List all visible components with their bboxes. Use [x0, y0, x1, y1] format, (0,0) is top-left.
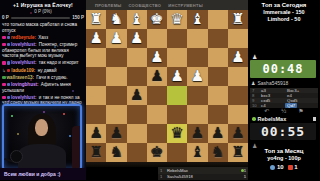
game-info-badges: 101	[248, 164, 320, 170]
white-pawn-piece: ♟	[150, 50, 163, 65]
white-pawn-piece: ♟	[170, 69, 183, 84]
square-g8[interactable]: ♞	[106, 143, 126, 162]
black-pawn-piece: ♟	[110, 126, 123, 141]
square-e4[interactable]: ♟	[147, 67, 167, 86]
square-e2[interactable]	[147, 29, 167, 48]
square-c3[interactable]	[187, 48, 207, 67]
microphone-icon	[10, 150, 23, 163]
match-score-panel: 1RebelsMax11Sasha5459181	[158, 167, 248, 180]
webcam	[2, 104, 82, 170]
webcam-caption-text: Всем любви и добра :)	[4, 171, 61, 177]
chat-text: Гачи в студию.	[35, 75, 67, 80]
square-c4[interactable]: ♟	[187, 67, 207, 86]
chess-board[interactable]: ♜♞♝♚♛♝♜♟♟♟♟♟♟♟♟♟♟♟♛♟♟♟♜♞♚♝♞♜	[86, 10, 248, 162]
takeback-button[interactable]: ↶	[264, 108, 269, 114]
square-h8[interactable]: ♜	[86, 143, 106, 162]
white-bishop-piece: ♝	[130, 12, 143, 27]
square-h2[interactable]: ♟	[86, 29, 106, 48]
nav-tab[interactable]: ПРОБЛЕМЫ	[95, 3, 122, 8]
chat-badge-icon	[2, 61, 6, 65]
square-a2[interactable]	[228, 29, 248, 48]
square-b3[interactable]	[208, 48, 228, 67]
chat-badge-icon	[7, 61, 11, 65]
game-controls: ↶ ½ ⚑	[250, 108, 318, 114]
square-g4[interactable]	[106, 67, 126, 86]
chat-badge-icon	[7, 69, 11, 73]
square-d8[interactable]	[167, 143, 187, 162]
black-bishop-piece: ♝	[191, 145, 204, 160]
white-pawn-piece: ♟	[110, 31, 123, 46]
info-badge: 1	[288, 164, 298, 170]
donation-goal-amount: 150 Р	[72, 15, 84, 20]
chat-message: lovelyhlust: Понятно, стример обанкротил…	[2, 42, 84, 59]
score-row: 1Sasha5459181	[158, 174, 248, 181]
top-donators-month: Топ за Месяц yo4ng - 100р	[248, 148, 320, 162]
white-pawn-piece: ♟	[89, 31, 102, 46]
square-c1[interactable]: ♝	[187, 10, 207, 29]
chat-nickname[interactable]: ladude109:	[11, 68, 35, 73]
square-b2[interactable]	[208, 29, 228, 48]
square-g2[interactable]: ♟	[106, 29, 126, 48]
top-month-entries: yo4ng - 100р	[248, 155, 320, 162]
streamer-body	[18, 144, 66, 170]
square-a7[interactable]: ♟	[228, 124, 248, 143]
left-column: +1 Игрушка на Ёлочку! 0 Р (0%) 0 Р 150 Р…	[0, 0, 86, 180]
square-f6[interactable]	[127, 105, 147, 124]
score-row: 1RebelsMax1	[158, 167, 248, 174]
chat-message: что только маска сработал и снова отпуск	[2, 22, 84, 33]
chat-nickname[interactable]: redbeyrule:	[11, 35, 36, 40]
chat-text: так надо и игнорит	[38, 60, 79, 65]
donation-title: +1 Игрушка на Ёлочку!	[0, 2, 86, 8]
white-bishop-piece: ♝	[191, 12, 204, 27]
black-rook-piece: ♜	[231, 145, 244, 160]
black-clock: 00:55	[250, 123, 316, 140]
square-e7[interactable]	[147, 124, 167, 143]
right-panel: Топ за Сегодня Immersale - 150Limhord - …	[248, 0, 320, 180]
square-d3[interactable]	[167, 48, 187, 67]
flag-icon	[313, 117, 317, 121]
score-player-name[interactable]: RebelsMax	[167, 168, 239, 173]
square-a1[interactable]: ♜	[228, 10, 248, 29]
square-b5[interactable]	[208, 86, 228, 105]
stream-screen: +1 Игрушка на Ёлочку! 0 Р (0%) 0 Р 150 Р…	[0, 0, 320, 180]
webcam-caption-bar: Всем любви и добра :)	[0, 168, 86, 180]
reply-arrow-icon: ↳	[2, 68, 6, 73]
square-e3[interactable]: ♟	[147, 48, 167, 67]
black-pawn-piece: ♟	[150, 69, 163, 84]
square-g7[interactable]: ♟	[106, 124, 126, 143]
square-e8[interactable]: ♚	[147, 143, 167, 162]
square-h1[interactable]: ♜	[86, 10, 106, 29]
black-pawn-piece: ♟	[191, 126, 204, 141]
square-c6[interactable]	[187, 105, 207, 124]
square-a3[interactable]: ♟	[228, 48, 248, 67]
square-c8[interactable]: ♝	[187, 143, 207, 162]
black-pawn-piece: ♟	[211, 126, 224, 141]
square-d4[interactable]: ♟	[167, 67, 187, 86]
black-knight-piece: ♞	[110, 145, 123, 160]
chat-badge-icon	[2, 36, 6, 40]
chat-message: ↳ladude109: ну давай	[2, 68, 84, 74]
chair	[72, 126, 82, 170]
chat-badge-icon	[2, 76, 6, 80]
chat-list[interactable]: что только маска сработал и снова отпуск…	[0, 22, 86, 104]
chat-message: lovingbhust: Афигеть меня услышали	[2, 82, 84, 93]
square-f2[interactable]: ♟	[127, 29, 147, 48]
white-rook-piece: ♜	[89, 12, 102, 27]
chat-badge-icon	[7, 96, 11, 100]
score-right-value: 1	[244, 174, 246, 179]
square-c7[interactable]: ♟	[187, 124, 207, 143]
white-king-piece: ♚	[150, 12, 163, 27]
donation-goal: +1 Игрушка на Ёлочку! 0 Р (0%) 0 Р 150 Р	[0, 0, 86, 20]
chat-nickname[interactable]: lovelyhlust:	[11, 42, 37, 47]
square-a4[interactable]	[228, 67, 248, 86]
white-pawn-icon: ♟	[252, 53, 257, 60]
square-e1[interactable]: ♚	[147, 10, 167, 29]
square-b7[interactable]: ♟	[208, 124, 228, 143]
info-badge-value: 10	[277, 164, 284, 170]
square-a6[interactable]	[228, 105, 248, 124]
square-f4[interactable]	[127, 67, 147, 86]
black-pawn-piece: ♟	[130, 88, 143, 103]
square-a5[interactable]	[228, 86, 248, 105]
score-left-value: 1	[160, 174, 167, 179]
black-pawn-piece: ♟	[231, 126, 244, 141]
black-player-row[interactable]: RebelsMax	[252, 116, 316, 122]
square-b6[interactable]	[208, 105, 228, 124]
black-player-name[interactable]: RebelsMax	[258, 116, 287, 122]
score-left-value: 1	[160, 168, 167, 173]
square-d6[interactable]	[167, 105, 187, 124]
square-d1[interactable]: ♛	[167, 10, 187, 29]
square-e6[interactable]	[147, 105, 167, 124]
flame-icon	[288, 165, 293, 170]
square-b1[interactable]	[208, 10, 228, 29]
white-rook-piece: ♜	[231, 12, 244, 27]
square-f5[interactable]: ♟	[127, 86, 147, 105]
white-knight-piece: ♞	[110, 12, 123, 27]
black-queen-piece: ♛	[170, 126, 183, 141]
chat-message: wallraven13: Гачи в студию.	[2, 75, 84, 81]
chat-message: lovelyhlust: и так и не понял за что сое…	[2, 95, 84, 104]
leaderboard-entry: yo4ng - 100р	[248, 155, 320, 162]
square-g5[interactable]	[106, 86, 126, 105]
white-pawn-piece: ♟	[231, 50, 244, 65]
chat-nickname[interactable]: lovelyhlust:	[11, 95, 37, 100]
streamer-face	[35, 119, 48, 136]
top-today-title: Топ за Сегодня	[248, 2, 320, 9]
square-f1[interactable]: ♝	[127, 10, 147, 29]
square-h4[interactable]	[86, 67, 106, 86]
chat-message: lovelyhlust: так надо и игнорит	[2, 60, 84, 66]
top-donators-today: Топ за Сегодня Immersale - 150Limhord - …	[248, 2, 320, 23]
chat-text: Хазз	[37, 35, 48, 40]
black-rook-piece: ♜	[89, 145, 102, 160]
square-d7[interactable]: ♛	[167, 124, 187, 143]
chat-badge-icon	[7, 36, 11, 40]
square-f3[interactable]	[127, 48, 147, 67]
chat-text: что только маска сработал и снова отпуск	[2, 22, 77, 33]
nav-tab[interactable]: ИНСТРУМЕНТЫ	[168, 3, 203, 8]
resign-button[interactable]: ⚑	[298, 108, 303, 114]
white-player-row[interactable]: ♟ Sasha545918	[251, 80, 288, 86]
info-badge-value: 1	[294, 164, 297, 170]
square-f7[interactable]	[127, 124, 147, 143]
square-g1[interactable]: ♞	[106, 10, 126, 29]
chat-nickname[interactable]: lovelyhlust:	[11, 60, 37, 65]
chat-text: ну давай	[36, 68, 56, 73]
chat-badge-icon	[2, 96, 6, 100]
nav-tab[interactable]: СООБЩЕСТВО	[129, 3, 162, 8]
donation-progress-bar	[11, 17, 70, 19]
info-badge: 10	[270, 164, 283, 170]
square-a8[interactable]: ♜	[228, 143, 248, 162]
square-d2[interactable]	[167, 29, 187, 48]
move-list[interactable]: 7a3Bxc3+8bxc3e49cxd5Qxd510c4Qd7	[250, 88, 318, 108]
chat-badge-icon	[2, 83, 6, 87]
square-e5[interactable]	[147, 86, 167, 105]
square-c2[interactable]	[187, 29, 207, 48]
black-pawn-piece: ♟	[89, 126, 102, 141]
square-c5[interactable]	[187, 86, 207, 105]
chat-nickname[interactable]: lovingbhust:	[11, 82, 39, 87]
square-b4[interactable]	[208, 67, 228, 86]
donation-raised: 0 Р	[2, 15, 9, 20]
top-today-entries: Immersale - 150Limhord - 50	[248, 9, 320, 23]
square-d5[interactable]	[167, 86, 187, 105]
white-pawn-piece: ♟	[191, 69, 204, 84]
square-g6[interactable]	[106, 105, 126, 124]
top-month-title: Топ за Месяц	[248, 148, 320, 155]
draw-offer-button[interactable]: ½	[281, 108, 286, 114]
chat-badge-icon	[2, 43, 6, 47]
black-king-piece: ♚	[150, 145, 163, 160]
square-h7[interactable]: ♟	[86, 124, 106, 143]
leaderboard-entry: Limhord - 50	[248, 16, 320, 23]
square-b8[interactable]: ♞	[208, 143, 228, 162]
site-nav-bar: ПРОБЛЕМЫСООБЩЕСТВОИНСТРУМЕНТЫ	[86, 0, 248, 10]
clock-icon	[270, 165, 275, 170]
chat-message: redbeyrule: Хазз	[2, 35, 84, 41]
online-dot-icon	[252, 117, 256, 121]
square-f8[interactable]	[127, 143, 147, 162]
pawn-icon: ♟	[251, 80, 255, 86]
leaderboard-entry: Immersale - 150	[248, 9, 320, 16]
white-queen-piece: ♛	[170, 12, 183, 27]
black-knight-piece: ♞	[211, 145, 224, 160]
white-clock: 00:48	[250, 60, 316, 78]
square-h6[interactable]	[86, 105, 106, 124]
square-h5[interactable]	[86, 86, 106, 105]
white-pawn-piece: ♟	[130, 31, 143, 46]
chat-nickname[interactable]: wallraven13:	[7, 75, 35, 80]
white-player-name[interactable]: Sasha545918	[257, 80, 288, 86]
score-player-name[interactable]: Sasha545918	[167, 174, 244, 179]
square-g3[interactable]	[106, 48, 126, 67]
chat-badge-icon	[7, 83, 11, 87]
square-h3[interactable]	[86, 48, 106, 67]
score-right-value: 1	[244, 168, 246, 173]
chat-badge-icon	[7, 43, 11, 47]
